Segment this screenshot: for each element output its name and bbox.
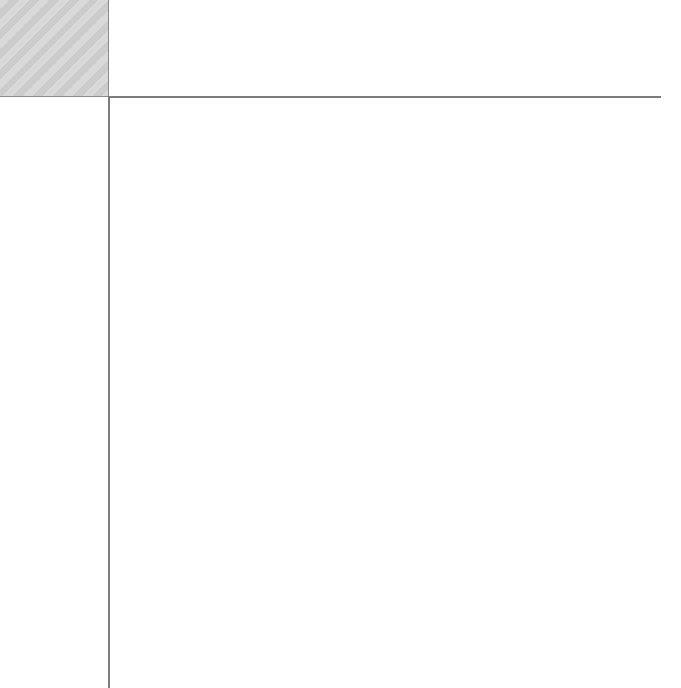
nonogram-puzzle-page [0, 0, 681, 688]
right-margin [661, 0, 681, 688]
row-clues-area [0, 96, 108, 688]
column-clues-area [108, 0, 661, 96]
corner-watermark-block [0, 0, 109, 97]
puzzle-board [108, 96, 661, 688]
